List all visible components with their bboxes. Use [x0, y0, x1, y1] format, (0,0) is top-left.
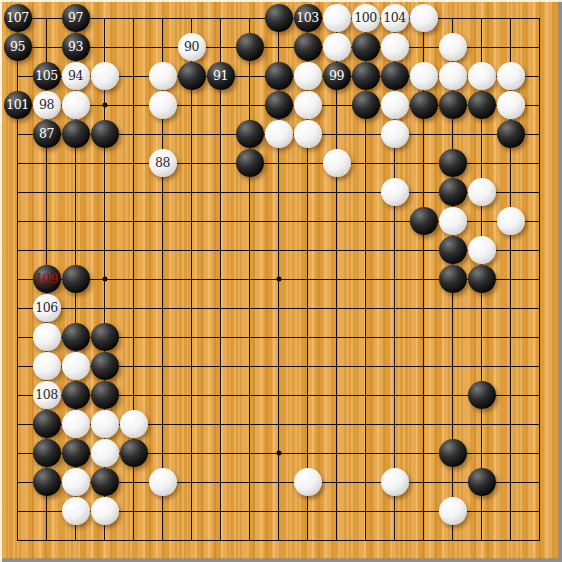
star-point	[276, 451, 281, 456]
move-number: 87	[39, 128, 54, 141]
stone-white-d2	[91, 497, 119, 525]
stone-white-d5	[91, 410, 119, 438]
stone-black-q14	[439, 149, 467, 177]
stone-black-k17	[265, 62, 293, 90]
stone-black-k16	[265, 91, 293, 119]
stone-white-q2	[439, 497, 467, 525]
stone-white-k15	[265, 120, 293, 148]
star-point	[102, 277, 107, 282]
stone-white-b6: 108	[33, 381, 61, 409]
stone-white-q18	[439, 33, 467, 61]
stone-white-o13	[381, 178, 409, 206]
stone-black-h17: 91	[207, 62, 235, 90]
stone-black-s15	[497, 120, 525, 148]
stone-black-a18: 95	[4, 33, 32, 61]
stone-black-c8	[62, 323, 90, 351]
stone-white-l16	[294, 91, 322, 119]
stone-black-c6	[62, 381, 90, 409]
stone-black-q13	[439, 178, 467, 206]
stone-white-m19	[323, 4, 351, 32]
move-number: 108	[35, 389, 57, 402]
stone-black-d8	[91, 323, 119, 351]
stone-black-c4	[62, 439, 90, 467]
stone-white-b8	[33, 323, 61, 351]
move-number: 100	[354, 12, 376, 25]
stone-white-s12	[497, 207, 525, 235]
stone-black-d15	[91, 120, 119, 148]
grid-line-horizontal	[17, 308, 540, 309]
move-number: 101	[6, 99, 28, 112]
move-number: 90	[184, 41, 199, 54]
stone-white-l17	[294, 62, 322, 90]
stone-white-s17	[497, 62, 525, 90]
move-number: 93	[68, 41, 83, 54]
stone-white-q17	[439, 62, 467, 90]
stone-white-o18	[381, 33, 409, 61]
stone-black-b10: 109	[33, 265, 61, 293]
stone-white-c2	[62, 497, 90, 525]
stone-black-q11	[439, 236, 467, 264]
last-move-number: 109	[35, 273, 57, 286]
stone-black-c10	[62, 265, 90, 293]
move-number: 107	[6, 12, 28, 25]
stone-black-k19	[265, 4, 293, 32]
stone-black-j18	[236, 33, 264, 61]
stone-white-q12	[439, 207, 467, 235]
stone-black-b4	[33, 439, 61, 467]
grid-line-vertical	[191, 18, 192, 541]
go-board: 1079710310010495939010594919910198878810…	[0, 0, 562, 562]
stone-black-g17	[178, 62, 206, 90]
stone-black-r10	[468, 265, 496, 293]
stone-black-a16: 101	[4, 91, 32, 119]
stone-white-l15	[294, 120, 322, 148]
stone-black-n18	[352, 33, 380, 61]
stone-black-r6	[468, 381, 496, 409]
stone-black-o17	[381, 62, 409, 90]
stone-black-b3	[33, 468, 61, 496]
stone-black-j15	[236, 120, 264, 148]
move-number: 104	[383, 12, 405, 25]
move-number: 105	[35, 70, 57, 83]
stone-white-l3	[294, 468, 322, 496]
stone-black-p16	[410, 91, 438, 119]
stone-black-r3	[468, 468, 496, 496]
stone-black-n16	[352, 91, 380, 119]
stone-white-m18	[323, 33, 351, 61]
stone-white-p19	[410, 4, 438, 32]
grid-line-horizontal	[17, 540, 540, 541]
move-number: 99	[329, 70, 344, 83]
stone-white-c7	[62, 352, 90, 380]
move-number: 91	[213, 70, 228, 83]
stone-white-n19: 100	[352, 4, 380, 32]
stone-white-r13	[468, 178, 496, 206]
stone-white-c3	[62, 468, 90, 496]
stone-black-a19: 107	[4, 4, 32, 32]
stone-black-b5	[33, 410, 61, 438]
move-number: 95	[10, 41, 25, 54]
board-surface[interactable]: 1079710310010495939010594919910198878810…	[0, 0, 562, 562]
stone-white-s16	[497, 91, 525, 119]
stone-black-e4	[120, 439, 148, 467]
stone-white-f14: 88	[149, 149, 177, 177]
stone-white-d4	[91, 439, 119, 467]
stone-white-d17	[91, 62, 119, 90]
stone-white-c17: 94	[62, 62, 90, 90]
stone-black-n17	[352, 62, 380, 90]
stone-black-m17: 99	[323, 62, 351, 90]
grid-line-vertical	[220, 18, 221, 541]
stone-white-c16	[62, 91, 90, 119]
stone-black-c19: 97	[62, 4, 90, 32]
stone-white-o19: 104	[381, 4, 409, 32]
stone-black-q4	[439, 439, 467, 467]
stone-black-j14	[236, 149, 264, 177]
stone-white-o16	[381, 91, 409, 119]
stone-white-o3	[381, 468, 409, 496]
stone-white-b7	[33, 352, 61, 380]
stone-white-f17	[149, 62, 177, 90]
stone-white-r11	[468, 236, 496, 264]
stone-black-p12	[410, 207, 438, 235]
stone-black-d7	[91, 352, 119, 380]
stone-white-b9: 106	[33, 294, 61, 322]
move-number: 103	[296, 12, 318, 25]
move-number: 98	[39, 99, 54, 112]
stone-white-m14	[323, 149, 351, 177]
stone-black-d6	[91, 381, 119, 409]
stone-black-b17: 105	[33, 62, 61, 90]
stone-black-q16	[439, 91, 467, 119]
stone-black-c18: 93	[62, 33, 90, 61]
stone-white-o15	[381, 120, 409, 148]
grid-line-vertical	[539, 18, 540, 541]
stone-black-l18	[294, 33, 322, 61]
stone-black-d3	[91, 468, 119, 496]
stone-black-q10	[439, 265, 467, 293]
stone-white-c5	[62, 410, 90, 438]
move-number: 88	[155, 157, 170, 170]
stone-black-c15	[62, 120, 90, 148]
stone-black-r16	[468, 91, 496, 119]
stone-white-f3	[149, 468, 177, 496]
stone-white-b16: 98	[33, 91, 61, 119]
stone-white-r17	[468, 62, 496, 90]
stone-white-f16	[149, 91, 177, 119]
grid-line-vertical	[249, 18, 250, 541]
stone-white-e5	[120, 410, 148, 438]
grid-line-vertical	[336, 18, 337, 541]
move-number: 106	[35, 302, 57, 315]
stone-white-g18: 90	[178, 33, 206, 61]
stone-white-p17	[410, 62, 438, 90]
stone-black-b15: 87	[33, 120, 61, 148]
stone-black-l19: 103	[294, 4, 322, 32]
move-number: 94	[68, 70, 83, 83]
star-point	[276, 277, 281, 282]
star-point	[102, 103, 107, 108]
move-number: 97	[68, 12, 83, 25]
